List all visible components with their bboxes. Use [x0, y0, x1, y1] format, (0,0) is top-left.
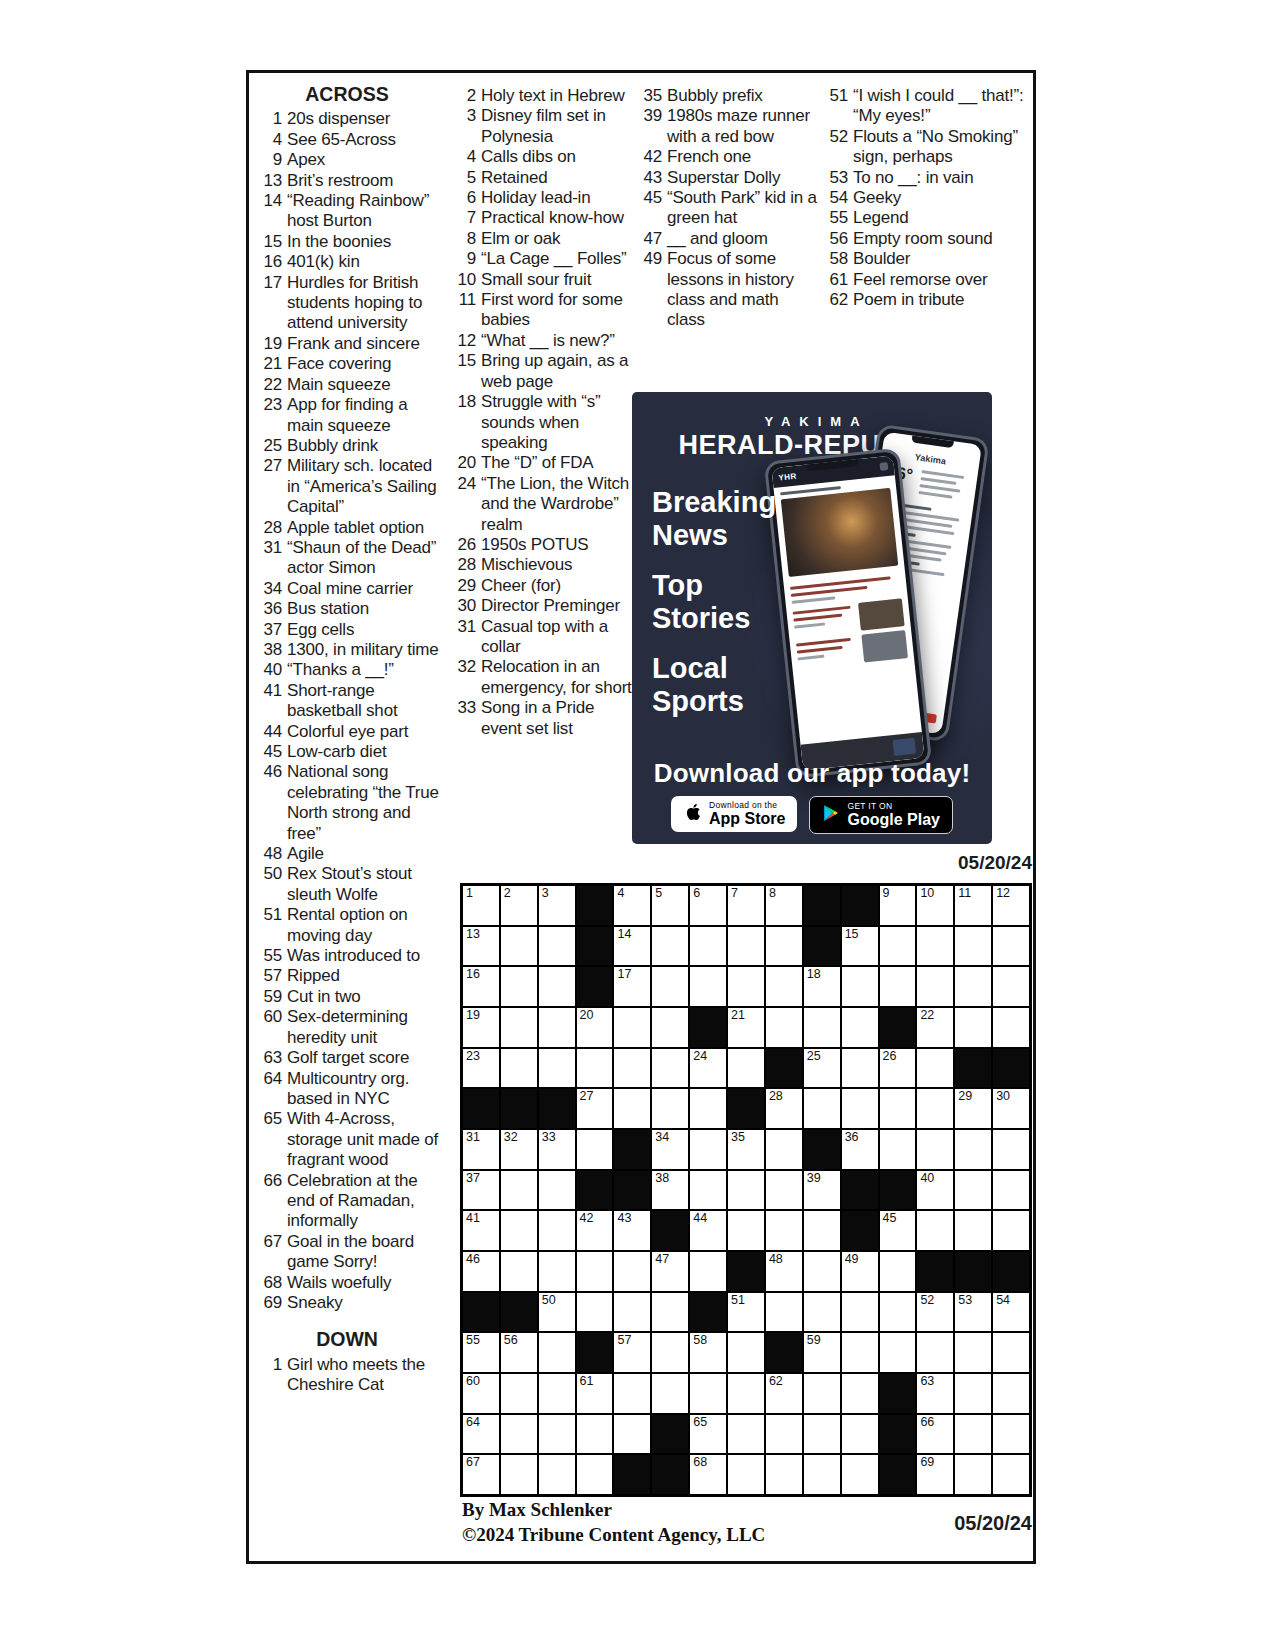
clue-text: National song celebrating “the True Nort…: [287, 762, 442, 844]
clue-text: __ and gloom: [667, 229, 818, 249]
cell-r12c11[interactable]: [841, 1332, 879, 1373]
cell-r13c11[interactable]: [841, 1373, 879, 1414]
cell-number: 69: [920, 1456, 934, 1469]
cell-r13c13[interactable]: 63: [916, 1373, 954, 1414]
black-cell-r4c12: [879, 1007, 917, 1048]
cell-number: 48: [769, 1253, 783, 1266]
cell-r8c3[interactable]: [538, 1170, 576, 1211]
cell-r15c14[interactable]: [954, 1454, 992, 1495]
cell-r2c7[interactable]: [689, 926, 727, 967]
clue-text: Sneaky: [287, 1293, 442, 1313]
cell-r1c14[interactable]: 11: [954, 885, 992, 926]
cell-r3c13[interactable]: [916, 966, 954, 1007]
cell-r6c5[interactable]: [613, 1088, 651, 1129]
cell-number: 53: [958, 1294, 972, 1307]
cell-r7c1[interactable]: 31: [462, 1129, 500, 1170]
badge-text-small: Download on the: [709, 801, 785, 810]
cell-r4c4[interactable]: 20: [576, 1007, 614, 1048]
black-cell-r5c15: [992, 1048, 1030, 1089]
cell-number: 63: [920, 1375, 934, 1388]
cell-r11c12[interactable]: [879, 1292, 917, 1333]
cell-r2c3[interactable]: [538, 926, 576, 967]
menu-icon: [879, 462, 888, 471]
cell-r3c6[interactable]: [651, 966, 689, 1007]
cell-r9c3[interactable]: [538, 1210, 576, 1251]
clue-text: In the boonies: [287, 232, 442, 252]
cell-r11c11[interactable]: [841, 1292, 879, 1333]
cell-r13c8[interactable]: [727, 1373, 765, 1414]
cell-r13c4[interactable]: 61: [576, 1373, 614, 1414]
cell-r1c2[interactable]: 2: [500, 885, 538, 926]
google-play-badge[interactable]: GET IT ON Google Play: [809, 796, 952, 834]
cell-r13c7[interactable]: [689, 1373, 727, 1414]
cell-r2c9[interactable]: [765, 926, 803, 967]
clue-number: 34: [252, 579, 287, 599]
cell-r8c1[interactable]: 37: [462, 1170, 500, 1211]
cell-r1c13[interactable]: 10: [916, 885, 954, 926]
clue-text: The “D” of FDA: [481, 453, 632, 473]
cell-r14c10[interactable]: [803, 1414, 841, 1455]
cell-r6c10[interactable]: [803, 1088, 841, 1129]
cell-r5c1[interactable]: 23: [462, 1048, 500, 1089]
cell-r8c2[interactable]: [500, 1170, 538, 1211]
cell-r2c5[interactable]: 14: [613, 926, 651, 967]
clue-26: 261950s POTUS: [446, 535, 632, 555]
cell-r2c15[interactable]: [992, 926, 1030, 967]
cell-r4c14[interactable]: [954, 1007, 992, 1048]
clue-text: Geeky: [853, 188, 1024, 208]
clue-text: Goal in the board game Sorry!: [287, 1232, 442, 1273]
cell-r1c6[interactable]: 5: [651, 885, 689, 926]
cell-r11c9[interactable]: [765, 1292, 803, 1333]
clue-6: 6Holiday lead-in: [446, 188, 632, 208]
clue-number: 50: [252, 864, 287, 905]
cell-r9c4[interactable]: 42: [576, 1210, 614, 1251]
black-cell-r12c4: [576, 1332, 614, 1373]
cell-r4c3[interactable]: [538, 1007, 576, 1048]
cell-r14c1[interactable]: 64: [462, 1414, 500, 1455]
cell-r14c15[interactable]: [992, 1414, 1030, 1455]
cell-r13c10[interactable]: [803, 1373, 841, 1414]
cell-r7c15[interactable]: [992, 1129, 1030, 1170]
cell-r10c4[interactable]: [576, 1251, 614, 1292]
cell-r14c9[interactable]: [765, 1414, 803, 1455]
clue-number: 51: [252, 905, 287, 946]
cell-r10c5[interactable]: [613, 1251, 651, 1292]
cell-r3c12[interactable]: [879, 966, 917, 1007]
cell-r13c15[interactable]: [992, 1373, 1030, 1414]
cell-r7c14[interactable]: [954, 1129, 992, 1170]
clue-46: 46National song celebrating “the True No…: [252, 762, 442, 844]
clue-22: 22Main squeeze: [252, 375, 442, 395]
cell-r8c8[interactable]: [727, 1170, 765, 1211]
app-store-badge[interactable]: Download on the App Store: [671, 796, 797, 832]
cell-r9c13[interactable]: [916, 1210, 954, 1251]
cell-r7c3[interactable]: 33: [538, 1129, 576, 1170]
cell-r3c1[interactable]: 16: [462, 966, 500, 1007]
cell-r7c12[interactable]: [879, 1129, 917, 1170]
clue-66: 66Celebration at the end of Ramadan, inf…: [252, 1171, 442, 1232]
cell-r7c6[interactable]: 34: [651, 1129, 689, 1170]
cell-r10c7[interactable]: [689, 1251, 727, 1292]
cell-r8c13[interactable]: 40: [916, 1170, 954, 1211]
clue-number: 33: [446, 698, 481, 739]
cell-r15c4[interactable]: [576, 1454, 614, 1495]
cell-number: 26: [883, 1050, 897, 1063]
clue-text: Disney film set in Polynesia: [481, 106, 632, 147]
cell-r3c3[interactable]: [538, 966, 576, 1007]
cell-r2c12[interactable]: [879, 926, 917, 967]
clue-text: Retained: [481, 168, 632, 188]
cell-r7c4[interactable]: [576, 1129, 614, 1170]
cell-number: 20: [580, 1009, 594, 1022]
cell-number: 23: [466, 1050, 480, 1063]
newspaper-app-ad: YAKIMA HERALD-REPUBLIC Yakima 36°: [632, 392, 992, 844]
copyright: ©2024 Tribune Content Agency, LLC: [462, 1524, 765, 1546]
cell-r12c3[interactable]: [538, 1332, 576, 1373]
cell-r7c13[interactable]: [916, 1129, 954, 1170]
cell-r9c10[interactable]: [803, 1210, 841, 1251]
cell-r13c2[interactable]: [500, 1373, 538, 1414]
cell-r12c8[interactable]: [727, 1332, 765, 1373]
clue-3: 3Disney film set in Polynesia: [446, 106, 632, 147]
cell-r12c5[interactable]: 57: [613, 1332, 651, 1373]
cell-r9c15[interactable]: [992, 1210, 1030, 1251]
puzzle-date-top: 05/20/24: [830, 852, 1032, 874]
cell-number: 43: [617, 1212, 631, 1225]
cell-r2c11[interactable]: 15: [841, 926, 879, 967]
clue-text: “I wish I could __ that!”: “My eyes!”: [853, 86, 1024, 127]
clue-number: 45: [252, 742, 287, 762]
clue-number: 22: [252, 375, 287, 395]
clue-text: Struggle with “s” sounds when speaking: [481, 392, 632, 453]
clue-text: Holiday lead-in: [481, 188, 632, 208]
cell-r5c10[interactable]: 25: [803, 1048, 841, 1089]
cell-r6c13[interactable]: [916, 1088, 954, 1129]
clue-text: Cut in two: [287, 987, 442, 1007]
cell-r15c11[interactable]: [841, 1454, 879, 1495]
cell-r1c12[interactable]: 9: [879, 885, 917, 926]
cell-r10c6[interactable]: 47: [651, 1251, 689, 1292]
cell-r3c9[interactable]: [765, 966, 803, 1007]
cell-number: 4: [617, 887, 624, 900]
cell-r3c10[interactable]: 18: [803, 966, 841, 1007]
cell-number: 22: [920, 1009, 934, 1022]
cell-r4c10[interactable]: [803, 1007, 841, 1048]
clue-text: Ripped: [287, 966, 442, 986]
cell-r5c4[interactable]: [576, 1048, 614, 1089]
clue-39: 391980s maze runner with a red bow: [632, 106, 818, 147]
cell-r12c15[interactable]: [992, 1332, 1030, 1373]
cell-r12c10[interactable]: 59: [803, 1332, 841, 1373]
clue-62: 62Poem in tribute: [818, 290, 1024, 310]
cell-number: 60: [466, 1375, 480, 1388]
cell-r1c3[interactable]: 3: [538, 885, 576, 926]
clue-number: 25: [252, 436, 287, 456]
cell-r9c2[interactable]: [500, 1210, 538, 1251]
clue-9: 9“La Cage __ Folles”: [446, 249, 632, 269]
cell-r5c8[interactable]: [727, 1048, 765, 1089]
cell-r7c9[interactable]: [765, 1129, 803, 1170]
cell-r4c6[interactable]: [651, 1007, 689, 1048]
cell-r2c6[interactable]: [651, 926, 689, 967]
cell-r6c15[interactable]: 30: [992, 1088, 1030, 1129]
cell-r7c8[interactable]: 35: [727, 1129, 765, 1170]
cell-r12c2[interactable]: 56: [500, 1332, 538, 1373]
cell-r4c15[interactable]: [992, 1007, 1030, 1048]
clue-text: “Shaun of the Dead” actor Simon: [287, 538, 442, 579]
cell-number: 58: [693, 1334, 707, 1347]
cell-r4c9[interactable]: [765, 1007, 803, 1048]
cell-r8c15[interactable]: [992, 1170, 1030, 1211]
cell-r5c7[interactable]: 24: [689, 1048, 727, 1089]
cell-r4c2[interactable]: [500, 1007, 538, 1048]
cell-r11c8[interactable]: 51: [727, 1292, 765, 1333]
cell-r11c4[interactable]: [576, 1292, 614, 1333]
cell-r13c3[interactable]: [538, 1373, 576, 1414]
cell-r3c14[interactable]: [954, 966, 992, 1007]
cell-r3c7[interactable]: [689, 966, 727, 1007]
cell-r4c8[interactable]: 21: [727, 1007, 765, 1048]
cell-r8c10[interactable]: 39: [803, 1170, 841, 1211]
cell-r9c14[interactable]: [954, 1210, 992, 1251]
cell-r14c5[interactable]: [613, 1414, 651, 1455]
clue-16: 16401(k) kin: [252, 252, 442, 272]
clue-number: 38: [252, 640, 287, 660]
clue-11: 11First word for some babies: [446, 290, 632, 331]
cell-r3c11[interactable]: [841, 966, 879, 1007]
cell-r4c13[interactable]: 22: [916, 1007, 954, 1048]
cell-r5c13[interactable]: [916, 1048, 954, 1089]
clue-text: Sex-determining heredity unit: [287, 1007, 442, 1048]
black-cell-r13c12: [879, 1373, 917, 1414]
clue-53: 53To no __: in vain: [818, 168, 1024, 188]
clue-number: 12: [446, 331, 481, 351]
cell-r9c8[interactable]: [727, 1210, 765, 1251]
black-cell-r7c5: [613, 1129, 651, 1170]
clue-text: Bring up again, as a web page: [481, 351, 632, 392]
cell-r11c13[interactable]: 52: [916, 1292, 954, 1333]
cell-r8c9[interactable]: [765, 1170, 803, 1211]
cell-r7c7[interactable]: [689, 1129, 727, 1170]
clue-number: 66: [252, 1171, 287, 1232]
clue-68: 68Wails woefully: [252, 1273, 442, 1293]
clue-37: 37Egg cells: [252, 620, 442, 640]
cell-r13c14[interactable]: [954, 1373, 992, 1414]
cell-r9c9[interactable]: [765, 1210, 803, 1251]
cell-r10c10[interactable]: [803, 1251, 841, 1292]
cell-r15c10[interactable]: [803, 1454, 841, 1495]
ad-feature: Local Sports: [652, 652, 804, 718]
clue-column-3: 35Bubbly prefix391980s maze runner with …: [632, 86, 818, 331]
cell-r11c10[interactable]: [803, 1292, 841, 1333]
cell-r3c5[interactable]: 17: [613, 966, 651, 1007]
cell-r6c4[interactable]: 27: [576, 1088, 614, 1129]
cell-r9c7[interactable]: 44: [689, 1210, 727, 1251]
cell-number: 40: [920, 1172, 934, 1185]
clue-text: Colorful eye part: [287, 722, 442, 742]
clue-column-2: 2Holy text in Hebrew3Disney film set in …: [446, 86, 632, 739]
cell-r7c11[interactable]: 36: [841, 1129, 879, 1170]
cell-number: 27: [580, 1090, 594, 1103]
cell-r2c14[interactable]: [954, 926, 992, 967]
cell-r1c1[interactable]: 1: [462, 885, 500, 926]
cell-r1c15[interactable]: 12: [992, 885, 1030, 926]
cell-r1c9[interactable]: 8: [765, 885, 803, 926]
cell-r11c6[interactable]: [651, 1292, 689, 1333]
cell-number: 25: [807, 1050, 821, 1063]
cell-r2c13[interactable]: [916, 926, 954, 967]
clue-text: Bus station: [287, 599, 442, 619]
cell-number: 61: [580, 1375, 594, 1388]
cell-r11c5[interactable]: [613, 1292, 651, 1333]
cell-r15c8[interactable]: [727, 1454, 765, 1495]
cell-r11c14[interactable]: 53: [954, 1292, 992, 1333]
cell-r15c3[interactable]: [538, 1454, 576, 1495]
cell-number: 29: [958, 1090, 972, 1103]
cell-r6c11[interactable]: [841, 1088, 879, 1129]
clue-text: Girl who meets the Cheshire Cat: [287, 1355, 442, 1396]
black-cell-r5c9: [765, 1048, 803, 1089]
cell-r4c5[interactable]: [613, 1007, 651, 1048]
cell-r13c1[interactable]: 60: [462, 1373, 500, 1414]
cell-r15c13[interactable]: 69: [916, 1454, 954, 1495]
cell-r4c11[interactable]: [841, 1007, 879, 1048]
clue-text: Celebration at the end of Ramadan, infor…: [287, 1171, 442, 1232]
clue-number: 11: [446, 290, 481, 331]
cell-r8c14[interactable]: [954, 1170, 992, 1211]
cell-r13c5[interactable]: [613, 1373, 651, 1414]
cell-r3c2[interactable]: [500, 966, 538, 1007]
cell-r14c2[interactable]: [500, 1414, 538, 1455]
cell-r12c12[interactable]: [879, 1332, 917, 1373]
cell-r15c7[interactable]: 68: [689, 1454, 727, 1495]
cell-r9c1[interactable]: 41: [462, 1210, 500, 1251]
cell-r10c1[interactable]: 46: [462, 1251, 500, 1292]
cell-r14c13[interactable]: 66: [916, 1414, 954, 1455]
black-cell-r3c4: [576, 966, 614, 1007]
cell-r5c2[interactable]: [500, 1048, 538, 1089]
cell-r5c3[interactable]: [538, 1048, 576, 1089]
cell-number: 33: [542, 1131, 556, 1144]
cell-r6c12[interactable]: [879, 1088, 917, 1129]
cell-r14c8[interactable]: [727, 1414, 765, 1455]
cell-number: 49: [845, 1253, 859, 1266]
clue-31: 31“Shaun of the Dead” actor Simon: [252, 538, 442, 579]
clue-text: 1980s maze runner with a red bow: [667, 106, 818, 147]
cell-r12c14[interactable]: [954, 1332, 992, 1373]
cell-r10c2[interactable]: [500, 1251, 538, 1292]
cell-r12c1[interactable]: 55: [462, 1332, 500, 1373]
cell-r14c4[interactable]: [576, 1414, 614, 1455]
cell-r5c5[interactable]: [613, 1048, 651, 1089]
cell-r14c11[interactable]: [841, 1414, 879, 1455]
cell-r6c7[interactable]: [689, 1088, 727, 1129]
cell-r14c14[interactable]: [954, 1414, 992, 1455]
cell-r10c11[interactable]: 49: [841, 1251, 879, 1292]
cell-r8c7[interactable]: [689, 1170, 727, 1211]
cell-r9c12[interactable]: 45: [879, 1210, 917, 1251]
clue-text: Frank and sincere: [287, 334, 442, 354]
cell-r3c15[interactable]: [992, 966, 1030, 1007]
cell-r12c7[interactable]: 58: [689, 1332, 727, 1373]
cell-r2c8[interactable]: [727, 926, 765, 967]
cell-r15c15[interactable]: [992, 1454, 1030, 1495]
cell-r5c11[interactable]: [841, 1048, 879, 1089]
clue-55: 55Was introduced to: [252, 946, 442, 966]
cell-r13c6[interactable]: [651, 1373, 689, 1414]
cell-r6c9[interactable]: 28: [765, 1088, 803, 1129]
clue-48: 48Agile: [252, 844, 442, 864]
clue-text: Director Preminger: [481, 596, 632, 616]
clue-text: Military sch. located in “America’s Sail…: [287, 456, 442, 517]
cell-r12c6[interactable]: [651, 1332, 689, 1373]
cell-r14c3[interactable]: [538, 1414, 576, 1455]
clue-text: Bubbly prefix: [667, 86, 818, 106]
cell-r6c14[interactable]: 29: [954, 1088, 992, 1129]
clue-number: 41: [252, 681, 287, 722]
cell-number: 36: [845, 1131, 859, 1144]
clue-number: 18: [446, 392, 481, 453]
cell-r3c8[interactable]: [727, 966, 765, 1007]
clue-text: 401(k) kin: [287, 252, 442, 272]
clue-number: 19: [252, 334, 287, 354]
cell-r10c12[interactable]: [879, 1251, 917, 1292]
clue-52: 52Flouts a “No Smoking” sign, perhaps: [818, 127, 1024, 168]
black-cell-r11c1: [462, 1292, 500, 1333]
crossword-puzzle-page: ACROSS 120s dispenser4See 65-Across9Apex…: [0, 0, 1265, 1638]
cell-r10c3[interactable]: [538, 1251, 576, 1292]
cell-r5c12[interactable]: 26: [879, 1048, 917, 1089]
cell-r5c6[interactable]: [651, 1048, 689, 1089]
cell-r10c9[interactable]: 48: [765, 1251, 803, 1292]
cell-r1c7[interactable]: 6: [689, 885, 727, 926]
cell-number: 34: [655, 1131, 669, 1144]
clue-number: 26: [446, 535, 481, 555]
clue-text: Flouts a “No Smoking” sign, perhaps: [853, 127, 1024, 168]
cell-r12c13[interactable]: [916, 1332, 954, 1373]
clue-number: 15: [446, 351, 481, 392]
news-footer-tile: [893, 738, 917, 756]
cell-r6c6[interactable]: [651, 1088, 689, 1129]
black-cell-r1c11: [841, 885, 879, 926]
cell-r8c6[interactable]: 38: [651, 1170, 689, 1211]
cell-r11c15[interactable]: 54: [992, 1292, 1030, 1333]
cell-r13c9[interactable]: 62: [765, 1373, 803, 1414]
clue-34: 34Coal mine carrier: [252, 579, 442, 599]
clue-number: 44: [252, 722, 287, 742]
cell-r14c7[interactable]: 65: [689, 1414, 727, 1455]
cell-r15c2[interactable]: [500, 1454, 538, 1495]
cell-r1c5[interactable]: 4: [613, 885, 651, 926]
cell-number: 50: [542, 1294, 556, 1307]
clue-number: 8: [446, 229, 481, 249]
cell-number: 32: [504, 1131, 518, 1144]
clue-number: 32: [446, 657, 481, 698]
cell-r1c8[interactable]: 7: [727, 885, 765, 926]
cell-r2c2[interactable]: [500, 926, 538, 967]
cell-r15c9[interactable]: [765, 1454, 803, 1495]
cell-r7c2[interactable]: 32: [500, 1129, 538, 1170]
clue-number: 49: [632, 249, 667, 331]
cell-r9c5[interactable]: 43: [613, 1210, 651, 1251]
cell-r15c1[interactable]: 67: [462, 1454, 500, 1495]
ad-kicker: YAKIMA: [632, 414, 992, 429]
cell-r4c1[interactable]: 19: [462, 1007, 500, 1048]
cell-r2c1[interactable]: 13: [462, 926, 500, 967]
cell-number: 68: [693, 1456, 707, 1469]
cell-r11c3[interactable]: 50: [538, 1292, 576, 1333]
